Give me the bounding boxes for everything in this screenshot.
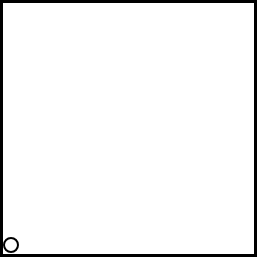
chess-diagram	[0, 0, 257, 257]
side-to-move-indicator	[3, 237, 19, 253]
chess-board	[17, 3, 254, 235]
rank-labels	[3, 3, 17, 235]
file-labels	[17, 235, 254, 254]
